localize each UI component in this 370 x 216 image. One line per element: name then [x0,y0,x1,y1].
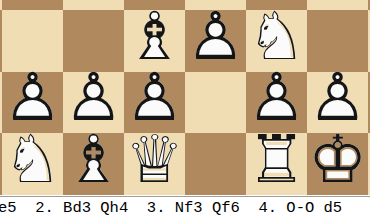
white-knight-piece: ♞♘ [246,4,307,70]
square-f2[interactable]: ♟♙ [246,72,307,134]
square-b4-sliver [2,0,63,10]
chess-app-window: ♝♗♟♙♞♘♟♙♟♙♟♙♟♙♟♙♞♘♝♗♛♕♜♖♚♔ e5 2. Bd3 Qh4… [0,0,370,216]
square-e1[interactable] [185,133,246,195]
white-bishop-glyph-outline: ♗ [124,4,185,70]
white-knight-piece: ♞♘ [2,127,63,193]
white-bishop-piece: ♝♗ [63,127,124,193]
square-d4-sliver [124,0,185,10]
white-pawn-glyph-fill: ♟ [124,65,185,131]
square-g4-sliver [307,0,368,10]
white-pawn-glyph-outline: ♙ [2,65,63,131]
white-pawn-glyph-outline: ♙ [185,4,246,70]
white-pawn-piece: ♟♙ [63,65,124,131]
square-b1[interactable]: ♞♘ [2,133,63,195]
move-list-text: e5 2. Bd3 Qh4 3. Nf3 Qf6 4. O-O d5 [0,197,370,216]
white-knight-glyph-fill: ♞ [2,127,63,193]
square-c2[interactable]: ♟♙ [63,72,124,134]
white-knight-glyph-outline: ♘ [246,4,307,70]
white-pawn-glyph-fill: ♟ [63,65,124,131]
white-pawn-glyph-fill: ♟ [246,65,307,131]
white-pawn-glyph-fill: ♟ [185,4,246,70]
white-rook-glyph-fill: ♜ [246,127,307,193]
square-f3[interactable]: ♞♘ [246,10,307,72]
white-knight-glyph-outline: ♘ [2,127,63,193]
white-knight-glyph-fill: ♞ [246,4,307,70]
white-king-glyph-outline: ♔ [307,127,368,193]
move-list-footer: e5 2. Bd3 Qh4 3. Nf3 Qf6 4. O-O d5 [0,196,370,216]
square-c3[interactable] [63,10,124,72]
white-pawn-piece: ♟♙ [2,65,63,131]
white-pawn-piece: ♟♙ [307,65,368,131]
white-pawn-piece: ♟♙ [185,4,246,70]
white-pawn-glyph-outline: ♙ [246,65,307,131]
white-rook-glyph-outline: ♖ [246,127,307,193]
white-bishop-piece: ♝♗ [124,4,185,70]
square-g3[interactable] [307,10,368,72]
white-pawn-glyph-fill: ♟ [307,65,368,131]
square-e4-sliver [185,0,246,10]
white-bishop-glyph-outline: ♗ [63,127,124,193]
square-d2[interactable]: ♟♙ [124,72,185,134]
white-pawn-glyph-outline: ♙ [124,65,185,131]
white-king-piece: ♚♔ [307,127,368,193]
white-bishop-glyph-fill: ♝ [124,4,185,70]
square-b2[interactable]: ♟♙ [2,72,63,134]
square-c1[interactable]: ♝♗ [63,133,124,195]
white-bishop-glyph-fill: ♝ [63,127,124,193]
square-e2[interactable] [185,72,246,134]
white-rook-piece: ♜♖ [246,127,307,193]
white-pawn-glyph-outline: ♙ [63,65,124,131]
square-b3[interactable] [2,10,63,72]
white-pawn-piece: ♟♙ [246,65,307,131]
white-pawn-glyph-outline: ♙ [307,65,368,131]
square-f4-sliver [246,0,307,10]
square-d3[interactable]: ♝♗ [124,10,185,72]
square-e3[interactable]: ♟♙ [185,10,246,72]
white-queen-glyph-outline: ♕ [124,127,185,193]
white-queen-glyph-fill: ♛ [124,127,185,193]
white-king-glyph-fill: ♚ [307,127,368,193]
square-c4-sliver [63,0,124,10]
white-pawn-piece: ♟♙ [124,65,185,131]
square-f1[interactable]: ♜♖ [246,133,307,195]
square-g2[interactable]: ♟♙ [307,72,368,134]
square-g1[interactable]: ♚♔ [307,133,368,195]
white-pawn-glyph-fill: ♟ [2,65,63,131]
white-queen-piece: ♛♕ [124,127,185,193]
square-d1[interactable]: ♛♕ [124,133,185,195]
chess-board: ♝♗♟♙♞♘♟♙♟♙♟♙♟♙♟♙♞♘♝♗♛♕♜♖♚♔ [0,0,370,195]
